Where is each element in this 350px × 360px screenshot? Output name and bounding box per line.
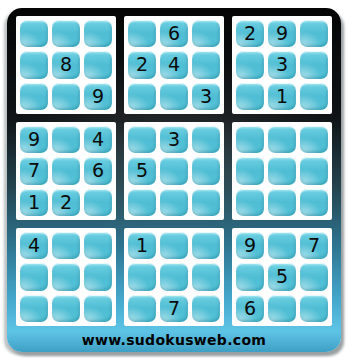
cell-r3c4[interactable] (128, 83, 156, 110)
cell-r3c9[interactable] (300, 83, 328, 110)
cell-r1c4[interactable] (128, 20, 156, 47)
box-3-1: 4 (16, 228, 116, 326)
cell-r9c7[interactable]: 6 (236, 295, 264, 322)
cell-r7c3[interactable] (84, 232, 112, 259)
website-label: www.sudokusweb.com (82, 332, 266, 348)
cell-r5c6[interactable] (192, 157, 220, 184)
cell-r9c3[interactable] (84, 295, 112, 322)
cell-r3c8[interactable]: 1 (268, 83, 296, 110)
cell-r1c1[interactable] (20, 20, 48, 47)
cell-r5c2[interactable] (52, 157, 80, 184)
cell-r2c1[interactable] (20, 51, 48, 78)
cell-r7c4[interactable]: 1 (128, 232, 156, 259)
cell-r2c5[interactable]: 4 (160, 51, 188, 78)
cell-r6c6[interactable] (192, 189, 220, 216)
cell-r6c8[interactable] (268, 189, 296, 216)
cell-r1c8[interactable]: 9 (268, 20, 296, 47)
cell-r1c7[interactable]: 2 (236, 20, 264, 47)
sudoku-board-frame: 8962432931947612354179756 www.sudokusweb… (7, 8, 341, 352)
cell-r5c1[interactable]: 7 (20, 157, 48, 184)
cell-r8c4[interactable] (128, 263, 156, 290)
cell-r7c8[interactable] (268, 232, 296, 259)
cell-r3c1[interactable] (20, 83, 48, 110)
cell-r9c5[interactable]: 7 (160, 295, 188, 322)
cell-r5c4[interactable]: 5 (128, 157, 156, 184)
cell-r4c8[interactable] (268, 126, 296, 153)
cell-r3c2[interactable] (52, 83, 80, 110)
cell-r8c8[interactable]: 5 (268, 263, 296, 290)
cell-r2c3[interactable] (84, 51, 112, 78)
cell-r3c5[interactable] (160, 83, 188, 110)
box-1-2: 6243 (124, 16, 224, 114)
cell-r7c1[interactable]: 4 (20, 232, 48, 259)
cell-r4c1[interactable]: 9 (20, 126, 48, 153)
cell-r8c9[interactable] (300, 263, 328, 290)
cell-r2c8[interactable]: 3 (268, 51, 296, 78)
box-2-3 (232, 122, 332, 220)
cell-r4c4[interactable] (128, 126, 156, 153)
cell-r2c7[interactable] (236, 51, 264, 78)
cell-r9c6[interactable] (192, 295, 220, 322)
cell-r7c7[interactable]: 9 (236, 232, 264, 259)
cell-r1c2[interactable] (52, 20, 80, 47)
cell-r5c7[interactable] (236, 157, 264, 184)
cell-r6c7[interactable] (236, 189, 264, 216)
cell-r1c6[interactable] (192, 20, 220, 47)
cell-r3c3[interactable]: 9 (84, 83, 112, 110)
cell-r4c7[interactable] (236, 126, 264, 153)
cell-r4c9[interactable] (300, 126, 328, 153)
cell-r1c3[interactable] (84, 20, 112, 47)
cell-r4c5[interactable]: 3 (160, 126, 188, 153)
cell-r8c7[interactable] (236, 263, 264, 290)
cell-r9c9[interactable] (300, 295, 328, 322)
cell-r1c9[interactable] (300, 20, 328, 47)
cell-r6c3[interactable] (84, 189, 112, 216)
cell-r9c4[interactable] (128, 295, 156, 322)
cell-r8c3[interactable] (84, 263, 112, 290)
box-1-1: 89 (16, 16, 116, 114)
cell-r8c2[interactable] (52, 263, 80, 290)
cell-r6c2[interactable]: 2 (52, 189, 80, 216)
cell-r5c3[interactable]: 6 (84, 157, 112, 184)
box-3-2: 17 (124, 228, 224, 326)
cell-r4c2[interactable] (52, 126, 80, 153)
cell-r6c5[interactable] (160, 189, 188, 216)
cell-r1c5[interactable]: 6 (160, 20, 188, 47)
cell-r3c6[interactable]: 3 (192, 83, 220, 110)
cell-r5c5[interactable] (160, 157, 188, 184)
box-3-3: 9756 (232, 228, 332, 326)
cell-r2c4[interactable]: 2 (128, 51, 156, 78)
cell-r9c8[interactable] (268, 295, 296, 322)
box-1-3: 2931 (232, 16, 332, 114)
cell-r7c5[interactable] (160, 232, 188, 259)
cell-r7c9[interactable]: 7 (300, 232, 328, 259)
cell-r7c6[interactable] (192, 232, 220, 259)
cell-r9c1[interactable] (20, 295, 48, 322)
cell-r4c6[interactable] (192, 126, 220, 153)
cell-r2c9[interactable] (300, 51, 328, 78)
cell-r8c5[interactable] (160, 263, 188, 290)
cell-r9c2[interactable] (52, 295, 80, 322)
cell-r8c1[interactable] (20, 263, 48, 290)
cell-r2c2[interactable]: 8 (52, 51, 80, 78)
cell-r5c8[interactable] (268, 157, 296, 184)
cell-r3c7[interactable] (236, 83, 264, 110)
cell-r6c1[interactable]: 1 (20, 189, 48, 216)
cell-r6c4[interactable] (128, 189, 156, 216)
footer-banner: www.sudokusweb.com (16, 326, 332, 354)
cell-r7c2[interactable] (52, 232, 80, 259)
box-2-2: 35 (124, 122, 224, 220)
cell-r6c9[interactable] (300, 189, 328, 216)
box-2-1: 947612 (16, 122, 116, 220)
cell-r2c6[interactable] (192, 51, 220, 78)
cell-r4c3[interactable]: 4 (84, 126, 112, 153)
sudoku-grid: 8962432931947612354179756 (16, 16, 332, 326)
cell-r8c6[interactable] (192, 263, 220, 290)
cell-r5c9[interactable] (300, 157, 328, 184)
